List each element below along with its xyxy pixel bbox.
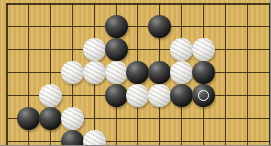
grid-horizontal-line: [6, 49, 271, 50]
white-stone[interactable]: [192, 38, 215, 61]
white-stone[interactable]: [83, 61, 106, 84]
grid-horizontal-line: [6, 3, 271, 5]
grid-vertical-line: [6, 3, 8, 146]
grid-vertical-line: [247, 3, 248, 146]
black-stone[interactable]: [17, 107, 40, 130]
white-stone[interactable]: [61, 61, 84, 84]
black-stone[interactable]: [105, 38, 128, 61]
go-board[interactable]: [0, 0, 270, 145]
grid-vertical-line: [225, 3, 226, 146]
black-stone[interactable]: [192, 61, 215, 84]
grid-vertical-line: [269, 3, 270, 146]
white-stone[interactable]: [61, 107, 84, 130]
white-stone[interactable]: [83, 38, 106, 61]
grid-horizontal-line: [6, 26, 271, 27]
black-stone[interactable]: [105, 15, 128, 38]
white-stone[interactable]: [83, 130, 106, 145]
white-stone[interactable]: [39, 84, 62, 107]
last-move-marker: [198, 90, 209, 101]
grid-horizontal-line: [6, 141, 271, 142]
white-stone[interactable]: [105, 61, 128, 84]
black-stone[interactable]: [39, 107, 62, 130]
black-stone[interactable]: [192, 84, 215, 107]
black-stone[interactable]: [105, 84, 128, 107]
black-stone[interactable]: [61, 130, 84, 145]
